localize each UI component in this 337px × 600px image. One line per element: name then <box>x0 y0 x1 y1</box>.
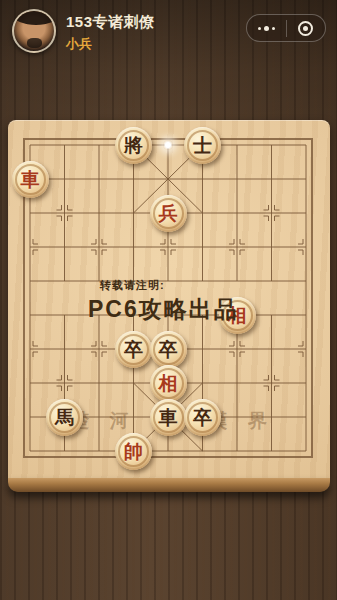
avatar-beard <box>27 38 42 48</box>
piece-label: 車 <box>159 408 178 427</box>
piece-label: 兵 <box>159 204 178 223</box>
board-watermark-line1: 转载请注明: <box>100 278 288 293</box>
level-title: 153专诸刺僚 <box>66 13 155 32</box>
app-root: 153专诸刺僚 小兵 楚 河 漢 界 转载请注明: PC6攻略出品 將士車兵相卒… <box>0 0 337 600</box>
piece-label: 士 <box>193 136 212 155</box>
piece-馬-black[interactable]: 馬 <box>46 399 83 436</box>
move-indicator-dot <box>163 140 173 150</box>
player-avatar <box>12 9 56 53</box>
piece-label: 卒 <box>159 340 178 359</box>
top-bar: 153专诸刺僚 小兵 <box>0 0 337 62</box>
bottom-bar: 14 20 UCBUG 游戏网 .com <box>0 540 337 600</box>
piece-將-black[interactable]: 將 <box>115 127 152 164</box>
piece-label: 車 <box>21 170 40 189</box>
piece-label: 馬 <box>55 408 74 427</box>
board-watermark-line2: PC6攻略出品 <box>88 294 288 325</box>
piece-卒-black[interactable]: 卒 <box>115 331 152 368</box>
board-front-edge <box>8 478 330 492</box>
board-watermark: 转载请注明: PC6攻略出品 <box>88 278 288 325</box>
piece-車-red[interactable]: 車 <box>12 161 49 198</box>
close-button[interactable] <box>287 15 326 41</box>
target-circle-icon <box>298 21 313 36</box>
piece-label: 帥 <box>124 442 143 461</box>
xiangqi-board[interactable]: 楚 河 漢 界 转载请注明: PC6攻略出品 將士車兵相卒卒相馬車卒帥 <box>8 120 330 478</box>
piece-車-black[interactable]: 車 <box>150 399 187 436</box>
piece-label: 卒 <box>124 340 143 359</box>
rank-label: 小兵 <box>66 35 92 53</box>
wechat-capsule <box>246 14 326 42</box>
piece-士-black[interactable]: 士 <box>184 127 221 164</box>
piece-帥-red[interactable]: 帥 <box>115 433 152 470</box>
piece-兵-red[interactable]: 兵 <box>150 195 187 232</box>
piece-label: 將 <box>124 136 143 155</box>
piece-卒-black[interactable]: 卒 <box>150 331 187 368</box>
piece-卒-black[interactable]: 卒 <box>184 399 221 436</box>
avatar-hair <box>14 9 56 25</box>
piece-label: 相 <box>159 374 178 393</box>
piece-label: 卒 <box>193 408 212 427</box>
more-button[interactable] <box>247 15 286 41</box>
piece-相-red[interactable]: 相 <box>150 365 187 402</box>
more-dots-icon <box>258 26 275 31</box>
